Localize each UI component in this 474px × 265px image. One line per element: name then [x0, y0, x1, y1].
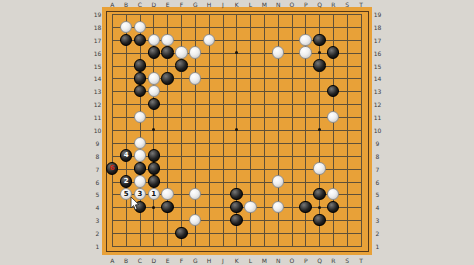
stone-P17-white[interactable] — [299, 34, 311, 46]
row-label-left-4: 4 — [96, 204, 100, 211]
stone-C8-white[interactable] — [134, 149, 146, 161]
row-label-right-4: 4 — [376, 204, 380, 211]
stone-G16-white[interactable] — [189, 46, 201, 58]
row-label-right-8: 8 — [376, 152, 380, 159]
stone-P4-black[interactable] — [299, 201, 311, 213]
stone-K3-black[interactable] — [230, 214, 242, 226]
stone-R13-black[interactable] — [327, 85, 339, 97]
stone-C9-white[interactable] — [134, 137, 146, 149]
col-label-top-B: B — [124, 0, 128, 7]
stone-D16-black[interactable] — [148, 46, 160, 58]
row-label-left-13: 13 — [94, 88, 102, 95]
stone-B8-black[interactable]: 4 — [120, 149, 132, 161]
row-label-left-16: 16 — [94, 49, 102, 56]
stone-E16-black[interactable] — [161, 46, 173, 58]
star-point-D4 — [152, 206, 155, 209]
stone-F15-black[interactable] — [175, 59, 187, 71]
stone-C15-black[interactable] — [134, 59, 146, 71]
star-point-Q16 — [318, 51, 321, 54]
col-label-top-J: J — [222, 0, 224, 7]
star-point-D10 — [152, 128, 155, 131]
stone-C7-black[interactable] — [134, 162, 146, 174]
row-label-right-9: 9 — [376, 139, 380, 146]
col-label-top-R: R — [331, 0, 335, 7]
row-label-right-1: 1 — [376, 243, 380, 250]
stone-R5-white[interactable] — [327, 188, 339, 200]
stone-D12-black[interactable] — [148, 98, 160, 110]
col-label-top-K: K — [235, 0, 239, 7]
col-label-bottom-P: P — [304, 256, 308, 263]
row-label-left-2: 2 — [96, 230, 100, 237]
stone-Q17-black[interactable] — [313, 34, 325, 46]
col-label-top-M: M — [262, 0, 267, 7]
row-label-left-3: 3 — [96, 217, 100, 224]
row-label-left-18: 18 — [94, 23, 102, 30]
stone-F16-white[interactable] — [175, 46, 187, 58]
stone-C13-black[interactable] — [134, 85, 146, 97]
stone-C17-black[interactable] — [134, 34, 146, 46]
col-label-bottom-B: B — [124, 256, 128, 263]
stone-Q3-black[interactable] — [313, 214, 325, 226]
col-label-bottom-G: G — [193, 256, 198, 263]
stone-G5-white[interactable] — [189, 188, 201, 200]
row-label-right-17: 17 — [374, 36, 382, 43]
col-label-bottom-D: D — [151, 256, 156, 263]
row-label-left-7: 7 — [96, 165, 100, 172]
col-label-top-F: F — [180, 0, 183, 7]
stone-D17-white[interactable] — [148, 34, 160, 46]
row-label-right-2: 2 — [376, 230, 380, 237]
stone-B6-black[interactable]: 2 — [120, 175, 132, 187]
stone-K5-black[interactable] — [230, 188, 242, 200]
stone-E17-white[interactable] — [161, 34, 173, 46]
row-label-right-3: 3 — [376, 217, 380, 224]
stone-E5-white[interactable] — [161, 188, 173, 200]
stone-P16-white[interactable] — [299, 46, 311, 58]
stone-K4-black[interactable] — [230, 201, 242, 213]
col-label-top-C: C — [138, 0, 142, 7]
stone-B18-white[interactable] — [120, 21, 132, 33]
row-label-left-12: 12 — [94, 101, 102, 108]
col-label-bottom-Q: Q — [317, 256, 322, 263]
stone-A7-black[interactable]: 6 — [106, 162, 118, 174]
stone-C14-black[interactable] — [134, 72, 146, 84]
col-label-top-H: H — [207, 0, 212, 7]
col-label-top-N: N — [276, 0, 281, 7]
row-label-right-14: 14 — [374, 75, 382, 82]
col-label-top-T: T — [359, 0, 363, 7]
go-board[interactable]: 462531 — [102, 7, 372, 255]
row-label-right-5: 5 — [376, 191, 380, 198]
col-label-top-L: L — [249, 0, 252, 7]
col-label-top-E: E — [166, 0, 170, 7]
row-label-left-10: 10 — [94, 127, 102, 134]
col-label-bottom-A: A — [110, 256, 114, 263]
stone-G3-white[interactable] — [189, 214, 201, 226]
stone-N6-white[interactable] — [272, 175, 284, 187]
intersection-grid[interactable]: 462531 — [105, 8, 367, 253]
stone-Q15-black[interactable] — [313, 59, 325, 71]
row-label-right-12: 12 — [374, 101, 382, 108]
stone-C18-white[interactable] — [134, 21, 146, 33]
stone-N16-white[interactable] — [272, 46, 284, 58]
stone-G14-white[interactable] — [189, 72, 201, 84]
col-label-bottom-J: J — [222, 256, 224, 263]
stone-D14-white[interactable] — [148, 72, 160, 84]
col-label-bottom-T: T — [359, 256, 363, 263]
stone-B17-black[interactable] — [120, 34, 132, 46]
col-label-bottom-R: R — [331, 256, 335, 263]
row-label-left-14: 14 — [94, 75, 102, 82]
col-label-bottom-S: S — [345, 256, 349, 263]
mouse-cursor — [130, 197, 140, 211]
row-label-left-19: 19 — [94, 11, 102, 18]
row-label-right-10: 10 — [374, 127, 382, 134]
stone-D7-black[interactable] — [148, 162, 160, 174]
row-label-right-18: 18 — [374, 23, 382, 30]
star-point-K16 — [235, 51, 238, 54]
col-label-bottom-K: K — [235, 256, 239, 263]
col-label-bottom-E: E — [166, 256, 170, 263]
row-label-right-11: 11 — [374, 114, 382, 121]
stone-C6-white[interactable] — [134, 175, 146, 187]
stone-R16-black[interactable] — [327, 46, 339, 58]
col-label-bottom-M: M — [262, 256, 267, 263]
col-label-top-G: G — [193, 0, 198, 7]
stone-F2-black[interactable] — [175, 227, 187, 239]
col-label-top-O: O — [290, 0, 295, 7]
row-label-right-16: 16 — [374, 49, 382, 56]
stone-E14-black[interactable] — [161, 72, 173, 84]
stone-R11-white[interactable] — [327, 111, 339, 123]
stone-D8-black[interactable] — [148, 149, 160, 161]
star-point-K10 — [235, 128, 238, 131]
row-label-right-6: 6 — [376, 178, 380, 185]
stone-R4-black[interactable] — [327, 201, 339, 213]
col-label-bottom-L: L — [249, 256, 252, 263]
col-label-top-S: S — [345, 0, 349, 7]
stone-N4-white[interactable] — [272, 201, 284, 213]
col-label-top-Q: Q — [317, 0, 322, 7]
col-label-bottom-H: H — [207, 256, 212, 263]
stone-Q7-white[interactable] — [313, 162, 325, 174]
stone-D5-white[interactable]: 1 — [148, 188, 160, 200]
stone-H17-white[interactable] — [203, 34, 215, 46]
row-label-right-13: 13 — [374, 88, 382, 95]
col-label-top-A: A — [110, 0, 114, 7]
row-label-left-1: 1 — [96, 243, 100, 250]
stone-Q5-black[interactable] — [313, 188, 325, 200]
stone-E4-black[interactable] — [161, 201, 173, 213]
stone-C11-white[interactable] — [134, 111, 146, 123]
row-label-left-6: 6 — [96, 178, 100, 185]
row-label-left-15: 15 — [94, 62, 102, 69]
row-label-right-7: 7 — [376, 165, 380, 172]
col-label-bottom-N: N — [276, 256, 281, 263]
col-label-bottom-O: O — [290, 256, 295, 263]
col-label-top-D: D — [151, 0, 156, 7]
star-point-Q10 — [318, 128, 321, 131]
star-point-Q4 — [318, 206, 321, 209]
stone-D6-black[interactable] — [148, 175, 160, 187]
col-label-top-P: P — [304, 0, 308, 7]
row-label-left-9: 9 — [96, 139, 100, 146]
col-label-bottom-F: F — [180, 256, 183, 263]
row-label-right-19: 19 — [374, 11, 382, 18]
stone-L4-white[interactable] — [244, 201, 256, 213]
row-label-right-15: 15 — [374, 62, 382, 69]
row-label-left-8: 8 — [96, 152, 100, 159]
row-label-left-17: 17 — [94, 36, 102, 43]
row-label-left-11: 11 — [94, 114, 102, 121]
row-label-left-5: 5 — [96, 191, 100, 198]
col-label-bottom-C: C — [138, 256, 142, 263]
stone-D13-white[interactable] — [148, 85, 160, 97]
